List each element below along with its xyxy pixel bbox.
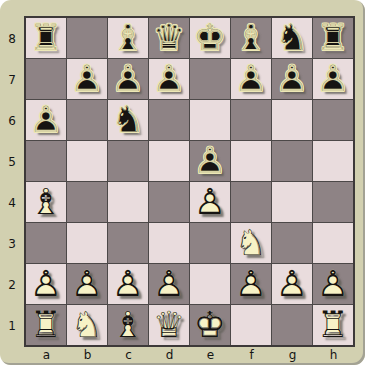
square-d6[interactable]	[149, 100, 189, 140]
file-label-c: c	[108, 347, 149, 363]
piece-glyph-detail: ♗	[112, 20, 144, 56]
square-c7[interactable]: ♟♙	[108, 59, 148, 99]
piece-white-bishop[interactable]: ♝♗	[110, 306, 146, 344]
square-c3[interactable]	[108, 223, 148, 263]
piece-black-pawn[interactable]: ♟♙	[192, 142, 228, 180]
square-b8[interactable]	[67, 18, 107, 58]
square-a3[interactable]	[26, 223, 66, 263]
square-b5[interactable]	[67, 141, 107, 181]
square-h6[interactable]	[313, 100, 353, 140]
square-d8[interactable]: ♛♕	[149, 18, 189, 58]
piece-glyph-detail: ♕	[153, 307, 185, 343]
rank-label-8: 8	[0, 18, 24, 59]
piece-black-king[interactable]: ♚♔	[192, 19, 228, 57]
rank-label-3: 3	[0, 223, 24, 264]
square-f3[interactable]: ♞♘	[231, 223, 271, 263]
rank-label-6: 6	[0, 100, 24, 141]
square-f1[interactable]	[231, 305, 271, 345]
board-frame: ♜♖♝♗♛♕♚♔♝♗♞♘♜♖♟♙♟♙♟♙♟♙♟♙♟♙♟♙♞♘♟♙♝♗♟♙♞♘♟♙…	[24, 16, 355, 347]
piece-glyph-detail: ♙	[71, 266, 103, 302]
square-a8[interactable]: ♜♖	[26, 18, 66, 58]
file-label-a: a	[26, 347, 67, 363]
square-e3[interactable]	[190, 223, 230, 263]
square-f4[interactable]	[231, 182, 271, 222]
rank-label-1: 1	[0, 305, 24, 346]
square-d1[interactable]: ♛♕	[149, 305, 189, 345]
square-g4[interactable]	[272, 182, 312, 222]
square-a1[interactable]: ♜♖	[26, 305, 66, 345]
square-b3[interactable]	[67, 223, 107, 263]
square-f7[interactable]: ♟♙	[231, 59, 271, 99]
piece-glyph-detail: ♙	[112, 266, 144, 302]
piece-black-queen[interactable]: ♛♕	[151, 19, 187, 57]
piece-glyph-detail: ♙	[153, 266, 185, 302]
square-d7[interactable]: ♟♙	[149, 59, 189, 99]
piece-glyph-detail: ♙	[71, 61, 103, 97]
piece-glyph-detail: ♙	[30, 266, 62, 302]
piece-white-pawn[interactable]: ♟♙	[110, 265, 146, 303]
piece-white-pawn[interactable]: ♟♙	[69, 265, 105, 303]
square-g3[interactable]	[272, 223, 312, 263]
piece-white-rook[interactable]: ♜♖	[28, 306, 64, 344]
square-b2[interactable]: ♟♙	[67, 264, 107, 304]
file-label-f: f	[231, 347, 272, 363]
piece-glyph-detail: ♙	[235, 266, 267, 302]
square-a2[interactable]: ♟♙	[26, 264, 66, 304]
piece-glyph-detail: ♙	[153, 61, 185, 97]
square-a7[interactable]	[26, 59, 66, 99]
file-label-g: g	[272, 347, 313, 363]
piece-glyph-detail: ♘	[71, 307, 103, 343]
piece-black-pawn[interactable]: ♟♙	[274, 60, 310, 98]
piece-black-pawn[interactable]: ♟♙	[233, 60, 269, 98]
piece-glyph-detail: ♗	[235, 20, 267, 56]
piece-glyph-detail: ♘	[112, 102, 144, 138]
piece-white-pawn[interactable]: ♟♙	[233, 265, 269, 303]
piece-black-pawn[interactable]: ♟♙	[69, 60, 105, 98]
square-d4[interactable]	[149, 182, 189, 222]
square-g8[interactable]: ♞♘	[272, 18, 312, 58]
piece-glyph-detail: ♗	[112, 307, 144, 343]
piece-glyph-detail: ♖	[317, 307, 349, 343]
piece-white-rook[interactable]: ♜♖	[315, 306, 351, 344]
piece-black-knight[interactable]: ♞♘	[110, 101, 146, 139]
square-h5[interactable]	[313, 141, 353, 181]
square-h8[interactable]: ♜♖	[313, 18, 353, 58]
rank-label-2: 2	[0, 264, 24, 305]
file-label-b: b	[67, 347, 108, 363]
square-g1[interactable]	[272, 305, 312, 345]
piece-glyph-detail: ♙	[317, 61, 349, 97]
file-labels: abcdefgh	[26, 347, 354, 363]
piece-glyph-detail: ♙	[235, 61, 267, 97]
square-e2[interactable]	[190, 264, 230, 304]
square-a5[interactable]	[26, 141, 66, 181]
square-e1[interactable]: ♚♔	[190, 305, 230, 345]
piece-glyph-detail: ♘	[276, 20, 308, 56]
square-c2[interactable]: ♟♙	[108, 264, 148, 304]
piece-glyph-detail: ♙	[112, 61, 144, 97]
square-g5[interactable]	[272, 141, 312, 181]
piece-black-bishop[interactable]: ♝♗	[233, 19, 269, 57]
piece-black-rook[interactable]: ♜♖	[315, 19, 351, 57]
piece-white-pawn[interactable]: ♟♙	[28, 265, 64, 303]
piece-glyph-detail: ♗	[30, 184, 62, 220]
square-g2[interactable]: ♟♙	[272, 264, 312, 304]
square-d5[interactable]	[149, 141, 189, 181]
piece-white-pawn[interactable]: ♟♙	[274, 265, 310, 303]
piece-glyph-detail: ♙	[317, 266, 349, 302]
square-f2[interactable]: ♟♙	[231, 264, 271, 304]
square-e6[interactable]	[190, 100, 230, 140]
square-e5[interactable]: ♟♙	[190, 141, 230, 181]
square-c1[interactable]: ♝♗	[108, 305, 148, 345]
square-d3[interactable]	[149, 223, 189, 263]
piece-glyph-detail: ♖	[30, 20, 62, 56]
square-f5[interactable]	[231, 141, 271, 181]
square-a6[interactable]: ♟♙	[26, 100, 66, 140]
square-c8[interactable]: ♝♗	[108, 18, 148, 58]
square-a4[interactable]: ♝♗	[26, 182, 66, 222]
rank-label-5: 5	[0, 141, 24, 182]
piece-glyph-detail: ♖	[317, 20, 349, 56]
square-b1[interactable]: ♞♘	[67, 305, 107, 345]
piece-glyph-detail: ♙	[276, 61, 308, 97]
piece-glyph-detail: ♙	[276, 266, 308, 302]
piece-glyph-detail: ♕	[153, 20, 185, 56]
file-label-d: d	[149, 347, 190, 363]
square-b7[interactable]: ♟♙	[67, 59, 107, 99]
square-b4[interactable]	[67, 182, 107, 222]
square-h7[interactable]: ♟♙	[313, 59, 353, 99]
file-label-h: h	[313, 347, 354, 363]
piece-glyph-detail: ♙	[30, 102, 62, 138]
square-g6[interactable]	[272, 100, 312, 140]
chess-board: ♜♖♝♗♛♕♚♔♝♗♞♘♜♖♟♙♟♙♟♙♟♙♟♙♟♙♟♙♞♘♟♙♝♗♟♙♞♘♟♙…	[26, 18, 353, 345]
piece-black-knight[interactable]: ♞♘	[274, 19, 310, 57]
piece-white-knight[interactable]: ♞♘	[69, 306, 105, 344]
piece-glyph-detail: ♔	[194, 307, 226, 343]
piece-black-pawn[interactable]: ♟♙	[28, 101, 64, 139]
square-c5[interactable]	[108, 141, 148, 181]
piece-glyph-detail: ♖	[30, 307, 62, 343]
file-label-e: e	[190, 347, 231, 363]
square-c4[interactable]	[108, 182, 148, 222]
square-g7[interactable]: ♟♙	[272, 59, 312, 99]
square-d2[interactable]: ♟♙	[149, 264, 189, 304]
rank-labels: 87654321	[0, 18, 24, 346]
piece-glyph-detail: ♘	[235, 225, 267, 261]
square-b6[interactable]	[67, 100, 107, 140]
piece-white-pawn[interactable]: ♟♙	[192, 183, 228, 221]
square-h4[interactable]	[313, 182, 353, 222]
rank-label-7: 7	[0, 59, 24, 100]
square-e7[interactable]	[190, 59, 230, 99]
square-h3[interactable]	[313, 223, 353, 263]
piece-white-king[interactable]: ♚♔	[192, 306, 228, 344]
piece-glyph-detail: ♔	[194, 20, 226, 56]
square-e4[interactable]: ♟♙	[190, 182, 230, 222]
square-c6[interactable]: ♞♘	[108, 100, 148, 140]
piece-black-pawn[interactable]: ♟♙	[151, 60, 187, 98]
piece-white-pawn[interactable]: ♟♙	[151, 265, 187, 303]
square-f8[interactable]: ♝♗	[231, 18, 271, 58]
piece-white-bishop[interactable]: ♝♗	[28, 183, 64, 221]
chess-board-panel: 87654321 ♜♖♝♗♛♕♚♔♝♗♞♘♜♖♟♙♟♙♟♙♟♙♟♙♟♙♟♙♞♘♟…	[0, 0, 365, 365]
piece-black-pawn[interactable]: ♟♙	[110, 60, 146, 98]
piece-black-rook[interactable]: ♜♖	[28, 19, 64, 57]
piece-white-knight[interactable]: ♞♘	[233, 224, 269, 262]
square-f6[interactable]	[231, 100, 271, 140]
square-h1[interactable]: ♜♖	[313, 305, 353, 345]
piece-glyph-detail: ♙	[194, 143, 226, 179]
square-e8[interactable]: ♚♔	[190, 18, 230, 58]
piece-black-bishop[interactable]: ♝♗	[110, 19, 146, 57]
square-h2[interactable]: ♟♙	[313, 264, 353, 304]
piece-white-pawn[interactable]: ♟♙	[315, 265, 351, 303]
piece-glyph-detail: ♙	[194, 184, 226, 220]
rank-label-4: 4	[0, 182, 24, 223]
piece-black-pawn[interactable]: ♟♙	[315, 60, 351, 98]
piece-white-queen[interactable]: ♛♕	[151, 306, 187, 344]
